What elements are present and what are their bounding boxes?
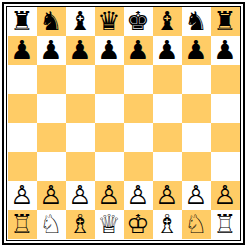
piece-black-bishop: ♝ <box>155 7 178 36</box>
piece-white-pawn: ♙ <box>97 181 120 210</box>
piece-white-pawn: ♙ <box>10 181 33 210</box>
board-outer-frame: ♜♞♝♛♚♝♞♜♟♟♟♟♟♟♟♟♙♙♙♙♙♙♙♙♖♘♗♕♔♗♘♖ <box>2 2 245 245</box>
square-e6[interactable] <box>124 65 153 94</box>
piece-black-pawn: ♟ <box>10 36 33 65</box>
square-b8[interactable]: ♞ <box>37 7 66 36</box>
piece-white-knight: ♘ <box>184 210 207 239</box>
piece-black-pawn: ♟ <box>97 36 120 65</box>
square-d8[interactable]: ♛ <box>95 7 124 36</box>
piece-white-queen: ♕ <box>97 210 120 239</box>
square-g4[interactable] <box>182 123 211 152</box>
square-a7[interactable]: ♟ <box>8 36 37 65</box>
square-h2[interactable]: ♙ <box>211 181 240 210</box>
square-c3[interactable] <box>66 152 95 181</box>
piece-white-rook: ♖ <box>10 210 33 239</box>
square-h4[interactable] <box>211 123 240 152</box>
piece-black-pawn: ♟ <box>155 36 178 65</box>
square-f2[interactable]: ♙ <box>153 181 182 210</box>
square-g2[interactable]: ♙ <box>182 181 211 210</box>
square-h3[interactable] <box>211 152 240 181</box>
piece-white-pawn: ♙ <box>68 181 91 210</box>
square-h1[interactable]: ♖ <box>211 210 240 239</box>
piece-black-pawn: ♟ <box>68 36 91 65</box>
square-f3[interactable] <box>153 152 182 181</box>
chess-diagram: ♜♞♝♛♚♝♞♜♟♟♟♟♟♟♟♟♙♙♙♙♙♙♙♙♖♘♗♕♔♗♘♖ <box>0 0 247 247</box>
piece-black-bishop: ♝ <box>68 7 91 36</box>
square-b4[interactable] <box>37 123 66 152</box>
square-f1[interactable]: ♗ <box>153 210 182 239</box>
square-h8[interactable]: ♜ <box>211 7 240 36</box>
piece-black-pawn: ♟ <box>213 36 236 65</box>
square-e1[interactable]: ♔ <box>124 210 153 239</box>
piece-black-rook: ♜ <box>213 7 236 36</box>
piece-white-pawn: ♙ <box>213 181 236 210</box>
square-c2[interactable]: ♙ <box>66 181 95 210</box>
square-b1[interactable]: ♘ <box>37 210 66 239</box>
piece-white-bishop: ♗ <box>155 210 178 239</box>
piece-white-pawn: ♙ <box>126 181 149 210</box>
square-f5[interactable] <box>153 94 182 123</box>
square-f6[interactable] <box>153 65 182 94</box>
piece-black-pawn: ♟ <box>126 36 149 65</box>
piece-black-pawn: ♟ <box>39 36 62 65</box>
square-c7[interactable]: ♟ <box>66 36 95 65</box>
piece-black-king: ♚ <box>126 7 149 36</box>
piece-black-queen: ♛ <box>97 7 120 36</box>
square-d6[interactable] <box>95 65 124 94</box>
square-f4[interactable] <box>153 123 182 152</box>
square-e2[interactable]: ♙ <box>124 181 153 210</box>
square-d2[interactable]: ♙ <box>95 181 124 210</box>
piece-black-rook: ♜ <box>10 7 33 36</box>
square-d5[interactable] <box>95 94 124 123</box>
square-d3[interactable] <box>95 152 124 181</box>
square-g6[interactable] <box>182 65 211 94</box>
piece-white-rook: ♖ <box>213 210 236 239</box>
square-c8[interactable]: ♝ <box>66 7 95 36</box>
square-b3[interactable] <box>37 152 66 181</box>
square-a5[interactable] <box>8 94 37 123</box>
square-c5[interactable] <box>66 94 95 123</box>
piece-white-king: ♔ <box>126 210 149 239</box>
piece-black-knight: ♞ <box>184 7 207 36</box>
square-f7[interactable]: ♟ <box>153 36 182 65</box>
chess-board: ♜♞♝♛♚♝♞♜♟♟♟♟♟♟♟♟♙♙♙♙♙♙♙♙♖♘♗♕♔♗♘♖ <box>8 7 240 239</box>
piece-white-pawn: ♙ <box>184 181 207 210</box>
square-d4[interactable] <box>95 123 124 152</box>
square-h5[interactable] <box>211 94 240 123</box>
square-a6[interactable] <box>8 65 37 94</box>
square-b7[interactable]: ♟ <box>37 36 66 65</box>
square-g1[interactable]: ♘ <box>182 210 211 239</box>
square-a2[interactable]: ♙ <box>8 181 37 210</box>
piece-white-knight: ♘ <box>39 210 62 239</box>
square-e4[interactable] <box>124 123 153 152</box>
square-g7[interactable]: ♟ <box>182 36 211 65</box>
square-h7[interactable]: ♟ <box>211 36 240 65</box>
square-b5[interactable] <box>37 94 66 123</box>
square-g3[interactable] <box>182 152 211 181</box>
square-e3[interactable] <box>124 152 153 181</box>
square-a3[interactable] <box>8 152 37 181</box>
square-e5[interactable] <box>124 94 153 123</box>
piece-black-knight: ♞ <box>39 7 62 36</box>
board-inner-frame: ♜♞♝♛♚♝♞♜♟♟♟♟♟♟♟♟♙♙♙♙♙♙♙♙♖♘♗♕♔♗♘♖ <box>6 6 241 241</box>
square-a4[interactable] <box>8 123 37 152</box>
square-c1[interactable]: ♗ <box>66 210 95 239</box>
piece-black-pawn: ♟ <box>184 36 207 65</box>
square-f8[interactable]: ♝ <box>153 7 182 36</box>
square-b6[interactable] <box>37 65 66 94</box>
square-d7[interactable]: ♟ <box>95 36 124 65</box>
square-g8[interactable]: ♞ <box>182 7 211 36</box>
square-a1[interactable]: ♖ <box>8 210 37 239</box>
square-g5[interactable] <box>182 94 211 123</box>
square-h6[interactable] <box>211 65 240 94</box>
piece-white-bishop: ♗ <box>68 210 91 239</box>
square-d1[interactable]: ♕ <box>95 210 124 239</box>
square-b2[interactable]: ♙ <box>37 181 66 210</box>
square-e8[interactable]: ♚ <box>124 7 153 36</box>
square-a8[interactable]: ♜ <box>8 7 37 36</box>
square-e7[interactable]: ♟ <box>124 36 153 65</box>
square-c6[interactable] <box>66 65 95 94</box>
piece-white-pawn: ♙ <box>39 181 62 210</box>
square-c4[interactable] <box>66 123 95 152</box>
piece-white-pawn: ♙ <box>155 181 178 210</box>
